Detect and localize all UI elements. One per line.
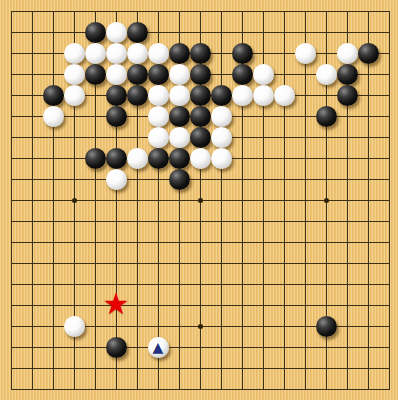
- white-stone: [64, 64, 85, 85]
- black-stone: [106, 337, 127, 358]
- black-stone: [358, 43, 379, 64]
- white-stone: [169, 127, 190, 148]
- white-stone: [106, 22, 127, 43]
- hoshi-point: [72, 198, 77, 203]
- white-stone: [64, 85, 85, 106]
- white-stone: [337, 43, 358, 64]
- black-stone: [316, 106, 337, 127]
- black-stone: [337, 85, 358, 106]
- hoshi-point: [198, 324, 203, 329]
- white-stone: [106, 169, 127, 190]
- white-stone: [148, 85, 169, 106]
- white-stone: [64, 43, 85, 64]
- black-stone: [169, 43, 190, 64]
- go-board[interactable]: ★▲: [0, 0, 398, 400]
- black-stone: [190, 64, 211, 85]
- black-stone: [148, 148, 169, 169]
- black-stone: [169, 169, 190, 190]
- black-stone: [232, 64, 253, 85]
- white-stone: [253, 85, 274, 106]
- white-stone: [148, 106, 169, 127]
- black-stone: [190, 106, 211, 127]
- black-stone: [127, 22, 148, 43]
- white-stone: [169, 85, 190, 106]
- triangle-marker: ▲: [153, 340, 164, 354]
- black-stone: [43, 85, 64, 106]
- white-stone: [232, 85, 253, 106]
- black-stone: [106, 148, 127, 169]
- white-stone: [211, 148, 232, 169]
- white-stone: [85, 43, 106, 64]
- hoshi-point: [198, 198, 203, 203]
- white-stone: [43, 106, 64, 127]
- white-stone: [190, 148, 211, 169]
- black-stone: [169, 148, 190, 169]
- white-stone: [169, 64, 190, 85]
- black-stone: [127, 85, 148, 106]
- black-stone: [190, 127, 211, 148]
- black-stone: [316, 316, 337, 337]
- black-stone: [232, 43, 253, 64]
- black-stone: [106, 85, 127, 106]
- black-stone: [148, 64, 169, 85]
- black-stone: [169, 106, 190, 127]
- white-stone: [211, 127, 232, 148]
- white-stone: [211, 106, 232, 127]
- white-stone: [274, 85, 295, 106]
- black-stone: [127, 64, 148, 85]
- star-marker: ★: [103, 289, 130, 319]
- white-stone: [106, 43, 127, 64]
- black-stone: [85, 64, 106, 85]
- black-stone: [337, 64, 358, 85]
- white-stone: [253, 64, 274, 85]
- white-stone: [127, 43, 148, 64]
- black-stone: [190, 85, 211, 106]
- white-stone: [64, 316, 85, 337]
- white-stone: [316, 64, 337, 85]
- white-stone: [148, 43, 169, 64]
- black-stone: [85, 148, 106, 169]
- black-stone: [106, 106, 127, 127]
- white-stone: [295, 43, 316, 64]
- white-stone: [127, 148, 148, 169]
- black-stone: [190, 43, 211, 64]
- white-stone: [148, 127, 169, 148]
- black-stone: [211, 85, 232, 106]
- white-stone: [106, 64, 127, 85]
- black-stone: [85, 22, 106, 43]
- hoshi-point: [324, 198, 329, 203]
